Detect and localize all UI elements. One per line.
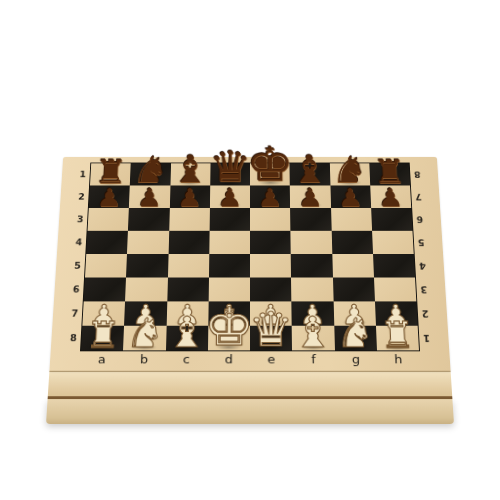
square-e3[interactable] — [250, 208, 291, 231]
light-king-d8[interactable]: ♚ — [203, 301, 254, 354]
file-label-b: b — [122, 351, 165, 371]
rank-label-right-5: 5 — [412, 231, 443, 254]
bishop-icon: ♝ — [293, 311, 334, 353]
rank-label-right-4: 4 — [414, 254, 445, 278]
rank-label-left-7: 7 — [52, 301, 83, 325]
square-a4[interactable] — [86, 231, 128, 254]
rank-label-right-1: 1 — [418, 326, 450, 351]
square-e2[interactable]: ♟ — [250, 185, 290, 207]
square-h5[interactable] — [373, 254, 415, 278]
board-frame: ♜♞♝♛♚♝♞♜♟♟♟♟♟♟♟♟♟♟♟♟♟♟♟♟♜♞♝♚♛♝♞♜ 1234567… — [49, 157, 450, 371]
square-a5[interactable] — [85, 254, 127, 278]
chess-box: ♜♞♝♛♚♝♞♜♟♟♟♟♟♟♟♟♟♟♟♟♟♟♟♟♜♞♝♚♛♝♞♜ 1234567… — [46, 157, 454, 424]
chess-board: ♜♞♝♛♚♝♞♜♟♟♟♟♟♟♟♟♟♟♟♟♟♟♟♟♜♞♝♚♛♝♞♜ — [81, 163, 419, 350]
square-e4[interactable] — [250, 231, 291, 254]
square-g4[interactable] — [331, 231, 373, 254]
square-f3[interactable] — [290, 208, 331, 231]
dark-pawn-b2[interactable]: ♟ — [137, 185, 163, 210]
file-label-c: c — [165, 351, 208, 371]
rank-label-right-6: 6 — [411, 208, 441, 231]
pawn-icon: ♟ — [258, 185, 283, 210]
rank-label-right-text: 4 — [419, 261, 426, 271]
rank-label-right-text: 3 — [420, 285, 427, 295]
rank-label-right-text: 5 — [418, 238, 425, 247]
rank-label-left-2: 2 — [60, 185, 90, 207]
square-d8[interactable]: ♚ — [208, 326, 250, 351]
square-b5[interactable] — [126, 254, 168, 278]
dark-king-e1[interactable]: ♚ — [246, 141, 294, 188]
rank-label-left-6: 6 — [54, 278, 85, 302]
knight-icon: ♞ — [125, 313, 165, 353]
square-h8[interactable]: ♜ — [376, 326, 419, 351]
square-a8[interactable]: ♜ — [81, 326, 124, 351]
square-d3[interactable] — [209, 208, 250, 231]
dark-pawn-d2[interactable]: ♟ — [217, 185, 242, 210]
square-f5[interactable] — [291, 254, 333, 278]
pawn-icon: ♟ — [338, 185, 364, 210]
dark-pawn-f2[interactable]: ♟ — [298, 185, 324, 210]
square-h4[interactable] — [372, 231, 414, 254]
rank-label-left-1: 1 — [61, 163, 91, 185]
file-label-g: g — [335, 351, 378, 371]
file-label-f: f — [292, 351, 335, 371]
queen-icon: ♛ — [248, 306, 294, 353]
square-b4[interactable] — [127, 231, 169, 254]
rank-label-left-8: 8 — [51, 326, 83, 351]
file-labels-bottom: abcdefgh — [80, 350, 420, 371]
square-e5[interactable] — [250, 254, 291, 278]
dark-pawn-h2[interactable]: ♟ — [378, 185, 404, 210]
light-knight-b8[interactable]: ♞ — [125, 313, 165, 353]
light-rook-h8[interactable]: ♜ — [379, 317, 416, 353]
pawn-icon: ♟ — [298, 185, 324, 210]
light-bishop-f8[interactable]: ♝ — [293, 311, 334, 353]
square-f4[interactable] — [291, 231, 332, 254]
square-a3[interactable] — [88, 208, 130, 231]
square-g8[interactable]: ♞ — [334, 326, 377, 351]
rank-label-left-3: 3 — [58, 208, 88, 231]
dark-pawn-e2[interactable]: ♟ — [258, 185, 283, 210]
rank-label-right-text: 7 — [415, 192, 422, 201]
square-d2[interactable]: ♟ — [210, 185, 250, 207]
light-knight-g8[interactable]: ♞ — [335, 313, 375, 353]
square-c4[interactable] — [168, 231, 209, 254]
square-d5[interactable] — [209, 254, 250, 278]
rank-label-right-text: 8 — [414, 170, 421, 179]
photo-background: ♜♞♝♛♚♝♞♜♟♟♟♟♟♟♟♟♟♟♟♟♟♟♟♟♜♞♝♚♛♝♞♜ 1234567… — [0, 0, 500, 500]
rook-icon: ♜ — [84, 317, 121, 353]
square-c3[interactable] — [169, 208, 210, 231]
light-queen-e8[interactable]: ♛ — [248, 306, 294, 353]
file-label-a: a — [80, 351, 123, 371]
square-b3[interactable] — [128, 208, 169, 231]
file-label-e: e — [250, 351, 293, 371]
knight-icon: ♞ — [335, 313, 375, 353]
pawn-icon: ♟ — [96, 185, 122, 210]
pawn-icon: ♟ — [137, 185, 163, 210]
pawn-icon: ♟ — [378, 185, 404, 210]
rank-label-right-text: 1 — [423, 333, 430, 343]
square-g3[interactable] — [331, 208, 372, 231]
box-lower-half — [46, 399, 454, 424]
square-f8[interactable]: ♝ — [292, 326, 335, 351]
pawn-icon: ♟ — [177, 185, 203, 210]
square-b2[interactable]: ♟ — [129, 185, 170, 207]
king-icon: ♚ — [203, 301, 254, 354]
square-c5[interactable] — [167, 254, 209, 278]
square-g2[interactable]: ♟ — [330, 185, 371, 207]
pawn-icon: ♟ — [217, 185, 242, 210]
square-e8[interactable]: ♛ — [250, 326, 292, 351]
dark-pawn-g2[interactable]: ♟ — [338, 185, 364, 210]
bishop-icon: ♝ — [166, 311, 207, 353]
square-h3[interactable] — [371, 208, 413, 231]
dark-pawn-a2[interactable]: ♟ — [96, 185, 122, 210]
rank-label-right-7: 7 — [410, 185, 440, 207]
rank-label-right-3: 3 — [415, 278, 446, 302]
file-label-h: h — [377, 351, 420, 371]
rook-icon: ♜ — [379, 317, 416, 353]
light-rook-a8[interactable]: ♜ — [84, 317, 121, 353]
light-bishop-c8[interactable]: ♝ — [166, 311, 207, 353]
king-icon: ♚ — [246, 141, 294, 188]
rank-label-right-2: 2 — [416, 301, 447, 325]
file-label-d: d — [207, 351, 250, 371]
rank-label-right-8: 8 — [409, 163, 439, 185]
rank-label-left-4: 4 — [57, 231, 88, 254]
square-f2[interactable]: ♟ — [290, 185, 331, 207]
square-h2[interactable]: ♟ — [370, 185, 411, 207]
square-c2[interactable]: ♟ — [169, 185, 210, 207]
rank-label-right-text: 6 — [416, 215, 423, 224]
square-c8[interactable]: ♝ — [166, 326, 209, 351]
rank-label-left-5: 5 — [55, 254, 86, 278]
square-a2[interactable]: ♟ — [89, 185, 130, 207]
square-d4[interactable] — [209, 231, 250, 254]
box-lid-edge — [48, 371, 452, 396]
rank-label-right-text: 2 — [422, 309, 429, 319]
square-b8[interactable]: ♞ — [123, 326, 166, 351]
square-g5[interactable] — [332, 254, 374, 278]
dark-pawn-c2[interactable]: ♟ — [177, 185, 203, 210]
